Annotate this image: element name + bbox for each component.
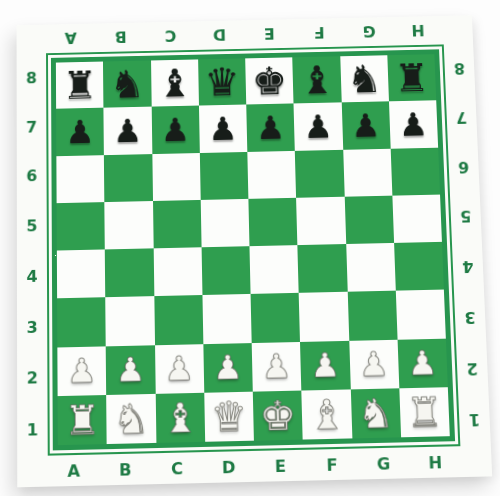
piece-black-pawn[interactable]: ♟ bbox=[256, 111, 286, 144]
coordinate-label: 5 bbox=[17, 201, 47, 252]
coordinate-label: 4 bbox=[17, 251, 47, 302]
coordinate-label: 8 bbox=[17, 53, 47, 102]
square-c7[interactable]: ♟ bbox=[151, 106, 199, 154]
square-d1[interactable]: ♛ bbox=[204, 391, 254, 441]
coordinate-label: 7 bbox=[446, 92, 478, 142]
piece-black-pawn[interactable]: ♟ bbox=[351, 109, 381, 142]
coordinate-label: 1 bbox=[458, 394, 491, 447]
coordinate-label: A bbox=[46, 24, 96, 54]
square-d2[interactable]: ♟ bbox=[203, 343, 253, 393]
square-f1[interactable]: ♝ bbox=[302, 389, 352, 439]
square-c5[interactable] bbox=[153, 200, 202, 249]
square-c6[interactable] bbox=[152, 153, 201, 201]
square-d6[interactable] bbox=[200, 151, 249, 199]
square-a8[interactable]: ♜ bbox=[56, 62, 104, 109]
square-f6[interactable] bbox=[295, 149, 344, 197]
coordinate-label: A bbox=[48, 454, 100, 486]
square-b4[interactable] bbox=[105, 248, 154, 297]
piece-black-king[interactable]: ♚ bbox=[251, 61, 287, 100]
square-a6[interactable] bbox=[56, 155, 104, 203]
square-f5[interactable] bbox=[296, 196, 345, 245]
square-c3[interactable] bbox=[154, 295, 203, 345]
square-h4[interactable] bbox=[394, 242, 444, 291]
coordinate-label: 5 bbox=[450, 191, 482, 242]
coordinate-label: B bbox=[99, 453, 151, 485]
board-frame-inner: ♜♞♝♛♚♝♞♜♟♟♟♟♟♟♟♟♟♟♟♟♟♟♟♟♜♞♝♛♚♝♞♜ bbox=[51, 49, 455, 450]
piece-white-pawn[interactable]: ♟ bbox=[407, 346, 438, 380]
piece-white-pawn[interactable]: ♟ bbox=[213, 350, 244, 384]
square-e1[interactable]: ♚ bbox=[253, 390, 303, 440]
piece-black-pawn[interactable]: ♟ bbox=[303, 110, 333, 143]
piece-white-bishop[interactable]: ♝ bbox=[308, 394, 346, 436]
coordinate-label: 8 bbox=[444, 44, 476, 93]
square-e6[interactable] bbox=[247, 150, 296, 198]
square-g1[interactable]: ♞ bbox=[350, 388, 401, 438]
square-e5[interactable] bbox=[248, 198, 297, 247]
coordinate-label: G bbox=[357, 447, 410, 479]
square-c8[interactable]: ♝ bbox=[151, 59, 199, 106]
square-c2[interactable]: ♟ bbox=[155, 344, 204, 394]
piece-white-pawn[interactable]: ♟ bbox=[358, 347, 389, 381]
square-b8[interactable]: ♞ bbox=[103, 60, 151, 107]
square-a2[interactable]: ♟ bbox=[57, 346, 106, 396]
piece-black-queen[interactable]: ♛ bbox=[204, 62, 240, 101]
square-h8[interactable]: ♜ bbox=[387, 54, 436, 101]
square-a4[interactable] bbox=[57, 249, 106, 298]
square-b1[interactable]: ♞ bbox=[106, 394, 155, 444]
coordinate-label: 3 bbox=[17, 301, 47, 353]
coordinate-label: C bbox=[145, 21, 195, 51]
square-g4[interactable] bbox=[346, 243, 396, 292]
coordinate-label: 2 bbox=[456, 342, 488, 394]
coordinate-label: 6 bbox=[17, 151, 47, 201]
square-g7[interactable]: ♟ bbox=[341, 102, 390, 150]
square-c4[interactable] bbox=[153, 247, 202, 296]
square-d4[interactable] bbox=[201, 246, 250, 295]
square-a7[interactable]: ♟ bbox=[56, 108, 104, 156]
square-d8[interactable]: ♛ bbox=[198, 58, 246, 105]
piece-black-bishop[interactable]: ♝ bbox=[157, 64, 193, 103]
square-e2[interactable]: ♟ bbox=[252, 341, 302, 391]
square-g6[interactable] bbox=[343, 148, 392, 196]
piece-black-pawn[interactable]: ♟ bbox=[65, 115, 94, 148]
piece-white-king[interactable]: ♚ bbox=[259, 395, 296, 437]
square-g8[interactable]: ♞ bbox=[340, 55, 389, 102]
piece-white-bishop[interactable]: ♝ bbox=[162, 397, 199, 439]
square-c1[interactable]: ♝ bbox=[155, 393, 205, 443]
piece-white-pawn[interactable]: ♟ bbox=[67, 354, 97, 388]
coordinate-label: H bbox=[393, 16, 444, 46]
square-a3[interactable] bbox=[57, 297, 106, 347]
piece-black-pawn[interactable]: ♟ bbox=[113, 114, 143, 147]
piece-black-rook[interactable]: ♜ bbox=[393, 58, 430, 97]
square-e4[interactable] bbox=[249, 245, 298, 294]
rank-labels-left: 87654321 bbox=[17, 53, 48, 456]
piece-white-pawn[interactable]: ♟ bbox=[164, 352, 194, 386]
square-b5[interactable] bbox=[105, 201, 154, 250]
square-h3[interactable] bbox=[396, 290, 446, 339]
coordinate-label: E bbox=[254, 450, 306, 482]
square-a5[interactable] bbox=[57, 202, 105, 251]
coordinate-label: 4 bbox=[452, 241, 484, 292]
piece-black-pawn[interactable]: ♟ bbox=[398, 108, 428, 141]
square-e3[interactable] bbox=[251, 293, 301, 342]
piece-white-pawn[interactable]: ♟ bbox=[115, 353, 145, 387]
square-g2[interactable]: ♟ bbox=[349, 339, 399, 389]
square-b2[interactable]: ♟ bbox=[106, 345, 155, 395]
piece-black-pawn[interactable]: ♟ bbox=[160, 113, 190, 146]
square-f7[interactable]: ♟ bbox=[294, 103, 343, 151]
square-b3[interactable] bbox=[105, 296, 154, 346]
square-a1[interactable]: ♜ bbox=[58, 395, 107, 445]
piece-white-rook[interactable]: ♜ bbox=[64, 399, 101, 441]
square-b7[interactable]: ♟ bbox=[104, 107, 152, 155]
coordinate-label: F bbox=[306, 449, 359, 481]
square-h6[interactable] bbox=[390, 147, 440, 195]
square-b6[interactable] bbox=[104, 154, 152, 202]
coordinate-label: 2 bbox=[17, 352, 47, 404]
square-d5[interactable] bbox=[200, 199, 249, 248]
square-g3[interactable] bbox=[347, 291, 397, 340]
piece-white-knight[interactable]: ♞ bbox=[113, 398, 150, 440]
coordinate-label: G bbox=[343, 17, 394, 47]
square-f3[interactable] bbox=[299, 292, 349, 341]
piece-white-knight[interactable]: ♞ bbox=[357, 392, 395, 434]
coordinate-label: D bbox=[195, 20, 245, 50]
coordinate-label: D bbox=[203, 451, 255, 483]
square-d3[interactable] bbox=[202, 294, 251, 344]
piece-black-bishop[interactable]: ♝ bbox=[299, 60, 335, 99]
piece-white-pawn[interactable]: ♟ bbox=[310, 348, 341, 382]
coordinate-label: B bbox=[96, 22, 146, 52]
coordinate-label: E bbox=[244, 19, 294, 49]
square-f4[interactable] bbox=[298, 244, 348, 293]
square-d7[interactable]: ♟ bbox=[199, 105, 248, 153]
board: ♜♞♝♛♚♝♞♜♟♟♟♟♟♟♟♟♟♟♟♟♟♟♟♟♜♞♝♛♚♝♞♜ bbox=[56, 54, 450, 445]
board-frame: ♜♞♝♛♚♝♞♜♟♟♟♟♟♟♟♟♟♟♟♟♟♟♟♟♜♞♝♛♚♝♞♜ bbox=[46, 44, 460, 455]
square-e8[interactable]: ♚ bbox=[245, 57, 294, 104]
coordinate-label: 3 bbox=[454, 291, 486, 343]
piece-black-knight[interactable]: ♞ bbox=[346, 59, 383, 98]
square-h7[interactable]: ♟ bbox=[389, 101, 438, 149]
piece-white-pawn[interactable]: ♟ bbox=[261, 349, 292, 383]
square-h5[interactable] bbox=[392, 194, 442, 243]
piece-white-queen[interactable]: ♛ bbox=[210, 396, 247, 438]
coordinate-label: C bbox=[151, 452, 203, 484]
square-e7[interactable]: ♟ bbox=[246, 104, 295, 152]
piece-black-pawn[interactable]: ♟ bbox=[208, 112, 238, 145]
coordinate-label: F bbox=[294, 18, 344, 48]
coordinate-label: H bbox=[409, 446, 462, 478]
square-f8[interactable]: ♝ bbox=[292, 56, 341, 103]
square-g5[interactable] bbox=[344, 195, 394, 244]
chess-mat: ABCDEFGH 87654321 ♜♞♝♛♚♝♞♜♟♟♟♟♟♟♟♟♟♟♟♟♟♟… bbox=[17, 15, 493, 487]
square-h1[interactable]: ♜ bbox=[399, 387, 450, 437]
piece-white-rook[interactable]: ♜ bbox=[405, 391, 443, 433]
photo-scene: ABCDEFGH 87654321 ♜♞♝♛♚♝♞♜♟♟♟♟♟♟♟♟♟♟♟♟♟♟… bbox=[0, 0, 500, 496]
piece-black-knight[interactable]: ♞ bbox=[109, 65, 145, 104]
coordinate-label: 7 bbox=[17, 102, 47, 152]
coordinate-label: 1 bbox=[17, 404, 48, 457]
coordinate-label: 6 bbox=[448, 141, 480, 191]
piece-black-rook[interactable]: ♜ bbox=[62, 66, 98, 105]
square-f2[interactable]: ♟ bbox=[300, 340, 350, 390]
square-h2[interactable]: ♟ bbox=[397, 338, 448, 388]
